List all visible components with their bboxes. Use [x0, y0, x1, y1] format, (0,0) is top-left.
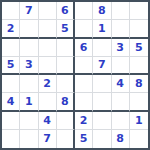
cell-r6c7[interactable] [112, 93, 130, 111]
cell-r4c8[interactable] [130, 57, 148, 75]
cell-r3c1[interactable] [2, 39, 20, 57]
cell-r4c7[interactable] [112, 57, 130, 75]
cell-r5c4[interactable] [57, 75, 75, 93]
cell-r1c3[interactable] [39, 2, 57, 20]
cell-r5c2[interactable] [20, 75, 38, 93]
cell-r3c3[interactable] [39, 39, 57, 57]
sudoku-board: 768251635537248418421758 [0, 0, 150, 150]
cell-r4c5[interactable] [75, 57, 93, 75]
cell-r2c2[interactable] [20, 20, 38, 38]
cell-r7c6[interactable] [93, 112, 111, 130]
cell-r8c7[interactable]: 8 [112, 130, 130, 148]
cell-r1c2[interactable]: 7 [20, 2, 38, 20]
cell-r5c6[interactable] [93, 75, 111, 93]
cell-r8c3[interactable]: 7 [39, 130, 57, 148]
cell-r6c8[interactable] [130, 93, 148, 111]
cell-r8c8[interactable] [130, 130, 148, 148]
cell-r7c5[interactable]: 2 [75, 112, 93, 130]
cell-r7c2[interactable] [20, 112, 38, 130]
cell-r2c8[interactable] [130, 20, 148, 38]
cell-r3c7[interactable]: 3 [112, 39, 130, 57]
cell-r6c5[interactable] [75, 93, 93, 111]
cell-r5c7[interactable]: 4 [112, 75, 130, 93]
cell-r2c5[interactable] [75, 20, 93, 38]
cell-r4c4[interactable] [57, 57, 75, 75]
cell-r8c4[interactable] [57, 130, 75, 148]
cell-r1c7[interactable] [112, 2, 130, 20]
cell-r6c1[interactable]: 4 [2, 93, 20, 111]
cell-r2c1[interactable]: 2 [2, 20, 20, 38]
cell-r8c5[interactable]: 5 [75, 130, 93, 148]
cell-r4c2[interactable]: 3 [20, 57, 38, 75]
cell-r3c8[interactable]: 5 [130, 39, 148, 57]
cell-r6c6[interactable] [93, 93, 111, 111]
cell-r3c5[interactable]: 6 [75, 39, 93, 57]
cell-r7c1[interactable] [2, 112, 20, 130]
cell-r5c8[interactable]: 8 [130, 75, 148, 93]
cell-r6c4[interactable]: 8 [57, 93, 75, 111]
cell-r4c3[interactable] [39, 57, 57, 75]
cell-r3c6[interactable] [93, 39, 111, 57]
cell-r4c6[interactable]: 7 [93, 57, 111, 75]
cell-r7c8[interactable]: 1 [130, 112, 148, 130]
cell-r8c1[interactable] [2, 130, 20, 148]
cell-r5c1[interactable] [2, 75, 20, 93]
cell-r2c6[interactable]: 1 [93, 20, 111, 38]
cell-r1c4[interactable]: 6 [57, 2, 75, 20]
cell-r7c4[interactable] [57, 112, 75, 130]
cell-r1c5[interactable] [75, 2, 93, 20]
cell-r7c3[interactable]: 4 [39, 112, 57, 130]
cell-r6c3[interactable] [39, 93, 57, 111]
cell-r8c2[interactable] [20, 130, 38, 148]
cell-r8c6[interactable] [93, 130, 111, 148]
cell-r2c3[interactable] [39, 20, 57, 38]
cell-r5c3[interactable]: 2 [39, 75, 57, 93]
cell-r2c4[interactable]: 5 [57, 20, 75, 38]
cell-r1c6[interactable]: 8 [93, 2, 111, 20]
cell-r3c2[interactable] [20, 39, 38, 57]
cell-r5c5[interactable] [75, 75, 93, 93]
cell-r1c1[interactable] [2, 2, 20, 20]
cell-r6c2[interactable]: 1 [20, 93, 38, 111]
cell-r4c1[interactable]: 5 [2, 57, 20, 75]
cell-r2c7[interactable] [112, 20, 130, 38]
cell-r1c8[interactable] [130, 2, 148, 20]
cell-r3c4[interactable] [57, 39, 75, 57]
cell-r7c7[interactable] [112, 112, 130, 130]
